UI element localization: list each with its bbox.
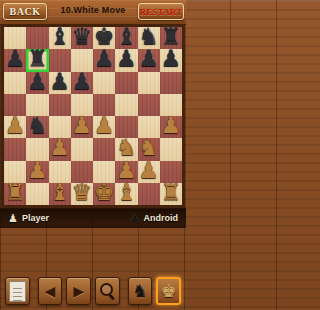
- piece-white-r-h1: ♜: [161, 181, 182, 203]
- square-e7[interactable]: ♟: [93, 49, 115, 71]
- piece-black-q-d8: ♛: [72, 25, 93, 47]
- black-knight-icon: ♞: [132, 282, 148, 300]
- magnifier-icon: [98, 282, 116, 300]
- square-b1[interactable]: [26, 183, 48, 205]
- square-h1[interactable]: ♜: [160, 183, 182, 205]
- piece-white-b-c1: ♝: [49, 181, 70, 203]
- right-arrow-icon: ▶: [73, 284, 84, 298]
- white-king-icon: ♚: [161, 282, 177, 300]
- square-f3[interactable]: ♞: [115, 138, 137, 160]
- square-h2[interactable]: [160, 161, 182, 183]
- square-c1[interactable]: ♝: [49, 183, 71, 205]
- square-e5[interactable]: [93, 94, 115, 116]
- black-player-label: Android: [144, 213, 179, 223]
- square-b3[interactable]: [26, 138, 48, 160]
- piece-black-p-c6: ♟: [49, 70, 70, 92]
- piece-black-b-f8: ♝: [116, 25, 137, 47]
- piece-white-b-f1: ♝: [116, 181, 137, 203]
- square-d7[interactable]: [71, 49, 93, 71]
- black-player: ♟ Android: [130, 213, 178, 224]
- square-c4[interactable]: [49, 116, 71, 138]
- piece-white-p-g2: ♟: [138, 159, 159, 181]
- white-player: ♟ Player: [8, 213, 49, 224]
- square-d3[interactable]: [71, 138, 93, 160]
- piece-black-r-h8: ♜: [161, 25, 182, 47]
- piece-black-b-c8: ♝: [49, 25, 70, 47]
- square-h6[interactable]: [160, 72, 182, 94]
- square-g7[interactable]: ♟: [138, 49, 160, 71]
- square-g2[interactable]: ♟: [138, 161, 160, 183]
- square-c5[interactable]: [49, 94, 71, 116]
- square-e2[interactable]: [93, 161, 115, 183]
- piece-white-p-f2: ♟: [116, 159, 137, 181]
- square-a3[interactable]: [4, 138, 26, 160]
- square-e3[interactable]: [93, 138, 115, 160]
- white-player-label: Player: [22, 213, 49, 223]
- piece-white-n-g3: ♞: [138, 136, 159, 158]
- square-b6[interactable]: ♟: [26, 72, 48, 94]
- left-arrow-icon: ◀: [45, 284, 56, 298]
- document-icon: [9, 281, 26, 302]
- piece-white-r-a1: ♜: [5, 181, 26, 203]
- white-pieces-button[interactable]: ♚: [156, 277, 181, 305]
- bottom-toolbar: ◀▶♞♚: [2, 274, 184, 308]
- square-h3[interactable]: [160, 138, 182, 160]
- square-h5[interactable]: [160, 94, 182, 116]
- square-f6[interactable]: [115, 72, 137, 94]
- square-a6[interactable]: [4, 72, 26, 94]
- square-a4[interactable]: ♟: [4, 116, 26, 138]
- square-f8[interactable]: ♝: [115, 27, 137, 49]
- square-a7[interactable]: ♟: [4, 49, 26, 71]
- piece-black-r-b7: ♜: [27, 47, 48, 69]
- piece-black-p-h7: ♟: [161, 47, 182, 69]
- piece-white-p-d4: ♟: [72, 114, 93, 136]
- square-c6[interactable]: ♟: [49, 72, 71, 94]
- redo-move-button[interactable]: ▶: [66, 277, 91, 305]
- square-f4[interactable]: [115, 116, 137, 138]
- black-pawn-icon: ♟: [130, 213, 140, 224]
- piece-white-p-c3: ♟: [49, 136, 70, 158]
- square-e6[interactable]: [93, 72, 115, 94]
- square-g6[interactable]: [138, 72, 160, 94]
- square-b8[interactable]: [26, 27, 48, 49]
- undo-move-button[interactable]: ◀: [38, 277, 63, 305]
- square-a5[interactable]: [4, 94, 26, 116]
- piece-white-n-f3: ♞: [116, 136, 137, 158]
- title-bar: BACK 10.White Move RESTART: [0, 0, 186, 25]
- square-f7[interactable]: ♟: [115, 49, 137, 71]
- square-c8[interactable]: ♝: [49, 27, 71, 49]
- piece-black-p-d6: ♟: [72, 70, 93, 92]
- restart-button[interactable]: RESTART: [138, 3, 184, 20]
- piece-white-p-h4: ♟: [161, 114, 182, 136]
- piece-black-n-g8: ♞: [138, 25, 159, 47]
- piece-black-p-b6: ♟: [27, 70, 48, 92]
- square-e1[interactable]: ♚: [93, 183, 115, 205]
- square-d5[interactable]: [71, 94, 93, 116]
- chess-board-frame: ♝♛♚♝♞♜♟♜♟♟♟♟♟♟♟♟♞♟♟♟♟♞♞♟♟♟♜♝♛♚♝♜: [1, 24, 185, 208]
- square-c7[interactable]: [49, 49, 71, 71]
- square-d1[interactable]: ♛: [71, 183, 93, 205]
- square-d4[interactable]: ♟: [71, 116, 93, 138]
- move-list-button[interactable]: [5, 277, 30, 305]
- piece-black-n-b4: ♞: [27, 114, 48, 136]
- black-pieces-button[interactable]: ♞: [128, 277, 153, 305]
- piece-white-p-e4: ♟: [94, 114, 115, 136]
- square-g8[interactable]: ♞: [138, 27, 160, 49]
- square-a1[interactable]: ♜: [4, 183, 26, 205]
- piece-black-k-e8: ♚: [94, 25, 115, 47]
- square-d8[interactable]: ♛: [71, 27, 93, 49]
- square-c2[interactable]: [49, 161, 71, 183]
- piece-black-p-f7: ♟: [116, 47, 137, 69]
- piece-white-q-d1: ♛: [72, 181, 93, 203]
- piece-white-k-e1: ♚: [94, 181, 115, 203]
- piece-white-p-a4: ♟: [5, 114, 26, 136]
- chess-board[interactable]: ♝♛♚♝♞♜♟♜♟♟♟♟♟♟♟♟♞♟♟♟♟♞♞♟♟♟♜♝♛♚♝♜: [4, 27, 182, 205]
- piece-black-p-e7: ♟: [94, 47, 115, 69]
- square-h4[interactable]: ♟: [160, 116, 182, 138]
- white-pawn-icon: ♟: [8, 213, 18, 224]
- square-g3[interactable]: ♞: [138, 138, 160, 160]
- square-b2[interactable]: ♟: [26, 161, 48, 183]
- square-g1[interactable]: [138, 183, 160, 205]
- square-h7[interactable]: ♟: [160, 49, 182, 71]
- square-g5[interactable]: [138, 94, 160, 116]
- square-h8[interactable]: ♜: [160, 27, 182, 49]
- square-e8[interactable]: ♚: [93, 27, 115, 49]
- square-f2[interactable]: ♟: [115, 161, 137, 183]
- square-f5[interactable]: [115, 94, 137, 116]
- square-a8[interactable]: [4, 27, 26, 49]
- piece-black-p-g7: ♟: [138, 47, 159, 69]
- square-c3[interactable]: ♟: [49, 138, 71, 160]
- square-b5[interactable]: [26, 94, 48, 116]
- square-b4[interactable]: ♞: [26, 116, 48, 138]
- square-b7[interactable]: ♜: [26, 49, 48, 71]
- square-a2[interactable]: [4, 161, 26, 183]
- square-f1[interactable]: ♝: [115, 183, 137, 205]
- piece-black-p-a7: ♟: [5, 47, 26, 69]
- players-bar: ♟ Player ♟ Android: [0, 208, 186, 228]
- square-d2[interactable]: [71, 161, 93, 183]
- square-g4[interactable]: [138, 116, 160, 138]
- square-d6[interactable]: ♟: [71, 72, 93, 94]
- hint-button[interactable]: [95, 277, 120, 305]
- square-e4[interactable]: ♟: [93, 116, 115, 138]
- piece-white-p-b2: ♟: [27, 159, 48, 181]
